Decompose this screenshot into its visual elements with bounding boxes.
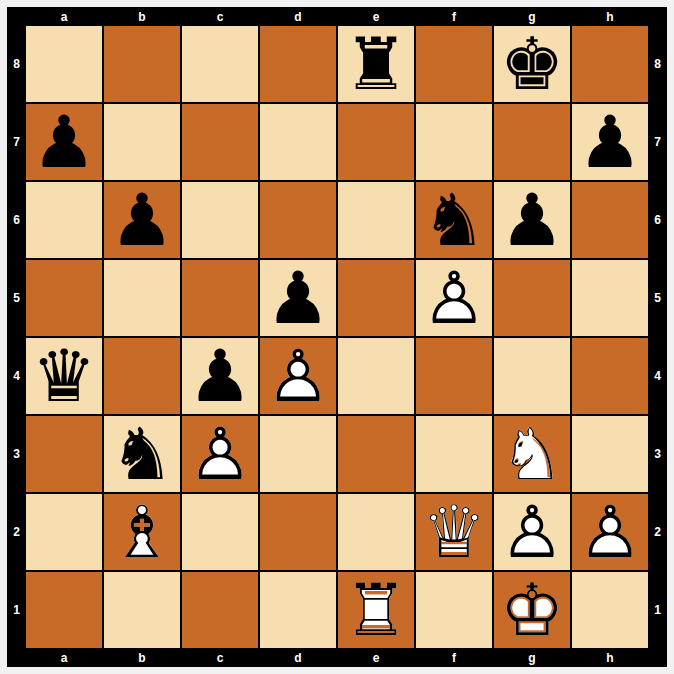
square-a6[interactable]: [26, 182, 102, 258]
square-h7[interactable]: ♟: [572, 104, 648, 180]
file-label-f: f: [416, 648, 492, 667]
frame-corner-top-left: [7, 7, 26, 26]
rank-label-4: 4: [7, 338, 26, 414]
square-d7[interactable]: [260, 104, 336, 180]
square-c2[interactable]: [182, 494, 258, 570]
square-f6[interactable]: ♞: [416, 182, 492, 258]
queen-outline-icon: ♕: [416, 494, 492, 570]
square-d2[interactable]: [260, 494, 336, 570]
rank-labels-right: 87654321: [648, 26, 667, 648]
white-pawn-h2[interactable]: ♟♙: [572, 494, 648, 570]
file-label-b: b: [104, 648, 180, 667]
square-g5[interactable]: [494, 260, 570, 336]
square-f5[interactable]: ♟♙: [416, 260, 492, 336]
rank-label-1: 1: [7, 572, 26, 648]
pawn-icon: ♟: [104, 182, 180, 258]
pawn-icon: ♟: [26, 104, 102, 180]
square-c4[interactable]: ♟: [182, 338, 258, 414]
square-f2[interactable]: ♛♕: [416, 494, 492, 570]
square-g4[interactable]: [494, 338, 570, 414]
square-h1[interactable]: [572, 572, 648, 648]
file-label-c: c: [182, 7, 258, 26]
square-g2[interactable]: ♟♙: [494, 494, 570, 570]
knight-icon: ♞: [416, 182, 492, 258]
white-bishop-b2[interactable]: ♝♗: [104, 494, 180, 570]
rank-label-2: 2: [648, 494, 667, 570]
square-b7[interactable]: [104, 104, 180, 180]
square-e7[interactable]: [338, 104, 414, 180]
square-b3[interactable]: ♞: [104, 416, 180, 492]
square-a3[interactable]: [26, 416, 102, 492]
rank-label-7: 7: [648, 104, 667, 180]
white-rook-e1[interactable]: ♜♖: [338, 572, 414, 648]
square-d3[interactable]: [260, 416, 336, 492]
rank-label-8: 8: [648, 26, 667, 102]
square-h2[interactable]: ♟♙: [572, 494, 648, 570]
file-label-b: b: [104, 7, 180, 26]
chessboard-frame: abcdefgh 87654321 ♜♚♟♟♟♞♟♟♟♙♛♟♟♙♞♟♙♞♘♝♗♛…: [7, 7, 667, 667]
rook-icon: ♜: [338, 26, 414, 102]
black-pawn-b6[interactable]: ♟: [104, 182, 180, 258]
square-e1[interactable]: ♜♖: [338, 572, 414, 648]
file-label-d: d: [260, 648, 336, 667]
pawn-outline-icon: ♙: [416, 260, 492, 336]
pawn-outline-icon: ♙: [182, 416, 258, 492]
queen-icon: ♛: [26, 338, 102, 414]
square-b4[interactable]: [104, 338, 180, 414]
square-c6[interactable]: [182, 182, 258, 258]
pawn-outline-icon: ♙: [494, 494, 570, 570]
frame-corner-bottom-left: [7, 648, 26, 667]
file-label-h: h: [572, 7, 648, 26]
square-b8[interactable]: [104, 26, 180, 102]
square-h3[interactable]: [572, 416, 648, 492]
pawn-icon: ♟: [182, 338, 258, 414]
pawn-outline-icon: ♙: [260, 338, 336, 414]
knight-outline-icon: ♘: [494, 416, 570, 492]
pawn-icon: ♟: [572, 104, 648, 180]
white-queen-f2[interactable]: ♛♕: [416, 494, 492, 570]
chess-diagram-page: abcdefgh 87654321 ♜♚♟♟♟♞♟♟♟♙♛♟♟♙♞♟♙♞♘♝♗♛…: [0, 0, 674, 674]
square-c7[interactable]: [182, 104, 258, 180]
square-a8[interactable]: [26, 26, 102, 102]
square-c8[interactable]: [182, 26, 258, 102]
square-e2[interactable]: [338, 494, 414, 570]
rank-labels-left: 87654321: [7, 26, 26, 648]
rank-label-5: 5: [648, 260, 667, 336]
black-pawn-d5[interactable]: ♟: [260, 260, 336, 336]
square-h4[interactable]: [572, 338, 648, 414]
frame-corner-top-right: [648, 7, 667, 26]
rank-label-4: 4: [648, 338, 667, 414]
rank-label-1: 1: [648, 572, 667, 648]
rook-outline-icon: ♖: [338, 572, 414, 648]
square-b2[interactable]: ♝♗: [104, 494, 180, 570]
file-label-h: h: [572, 648, 648, 667]
file-label-a: a: [26, 7, 102, 26]
white-pawn-f5[interactable]: ♟♙: [416, 260, 492, 336]
rank-label-6: 6: [648, 182, 667, 258]
black-rook-e8[interactable]: ♜: [338, 26, 414, 102]
pawn-icon: ♟: [494, 182, 570, 258]
black-queen-a4[interactable]: ♛: [26, 338, 102, 414]
frame-corner-bottom-right: [648, 648, 667, 667]
file-label-c: c: [182, 648, 258, 667]
square-g7[interactable]: [494, 104, 570, 180]
black-king-g8[interactable]: ♚: [494, 26, 570, 102]
king-icon: ♚: [494, 26, 570, 102]
black-pawn-g6[interactable]: ♟: [494, 182, 570, 258]
square-f7[interactable]: [416, 104, 492, 180]
king-outline-icon: ♔: [494, 572, 570, 648]
square-a2[interactable]: [26, 494, 102, 570]
white-knight-g3[interactable]: ♞♘: [494, 416, 570, 492]
square-e6[interactable]: [338, 182, 414, 258]
square-b1[interactable]: [104, 572, 180, 648]
square-a1[interactable]: [26, 572, 102, 648]
square-e8[interactable]: ♜: [338, 26, 414, 102]
rank-label-8: 8: [7, 26, 26, 102]
knight-icon: ♞: [104, 416, 180, 492]
black-knight-f6[interactable]: ♞: [416, 182, 492, 258]
square-e4[interactable]: [338, 338, 414, 414]
square-d8[interactable]: [260, 26, 336, 102]
pawn-outline-icon: ♙: [572, 494, 648, 570]
square-e5[interactable]: [338, 260, 414, 336]
square-d4[interactable]: ♟♙: [260, 338, 336, 414]
square-f1[interactable]: [416, 572, 492, 648]
rank-label-7: 7: [7, 104, 26, 180]
square-c1[interactable]: [182, 572, 258, 648]
square-h6[interactable]: [572, 182, 648, 258]
square-a4[interactable]: ♛: [26, 338, 102, 414]
file-label-d: d: [260, 7, 336, 26]
white-king-g1[interactable]: ♚♔: [494, 572, 570, 648]
square-g8[interactable]: ♚: [494, 26, 570, 102]
rank-label-3: 3: [648, 416, 667, 492]
black-pawn-a7[interactable]: ♟: [26, 104, 102, 180]
file-label-a: a: [26, 648, 102, 667]
square-e3[interactable]: [338, 416, 414, 492]
white-pawn-c3[interactable]: ♟♙: [182, 416, 258, 492]
square-a7[interactable]: ♟: [26, 104, 102, 180]
chessboard[interactable]: ♜♚♟♟♟♞♟♟♟♙♛♟♟♙♞♟♙♞♘♝♗♛♕♟♙♟♙♜♖♚♔: [26, 26, 648, 648]
square-h8[interactable]: [572, 26, 648, 102]
square-f8[interactable]: [416, 26, 492, 102]
square-a5[interactable]: [26, 260, 102, 336]
square-f4[interactable]: [416, 338, 492, 414]
square-g1[interactable]: ♚♔: [494, 572, 570, 648]
rank-label-2: 2: [7, 494, 26, 570]
black-pawn-h7[interactable]: ♟: [572, 104, 648, 180]
square-c5[interactable]: [182, 260, 258, 336]
square-g3[interactable]: ♞♘: [494, 416, 570, 492]
square-d1[interactable]: [260, 572, 336, 648]
square-d6[interactable]: [260, 182, 336, 258]
pawn-icon: ♟: [260, 260, 336, 336]
white-pawn-d4[interactable]: ♟♙: [260, 338, 336, 414]
rank-label-6: 6: [7, 182, 26, 258]
square-d5[interactable]: ♟: [260, 260, 336, 336]
black-knight-b3[interactable]: ♞: [104, 416, 180, 492]
rank-label-3: 3: [7, 416, 26, 492]
square-f3[interactable]: [416, 416, 492, 492]
white-pawn-g2[interactable]: ♟♙: [494, 494, 570, 570]
square-b6[interactable]: ♟: [104, 182, 180, 258]
square-g6[interactable]: ♟: [494, 182, 570, 258]
square-b5[interactable]: [104, 260, 180, 336]
square-c3[interactable]: ♟♙: [182, 416, 258, 492]
black-pawn-c4[interactable]: ♟: [182, 338, 258, 414]
rank-label-5: 5: [7, 260, 26, 336]
square-h5[interactable]: [572, 260, 648, 336]
file-label-f: f: [416, 7, 492, 26]
bishop-outline-icon: ♗: [104, 494, 180, 570]
